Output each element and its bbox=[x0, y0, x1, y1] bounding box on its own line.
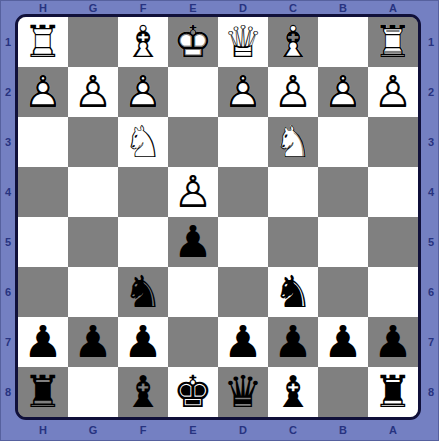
black-pawn-a7[interactable]: ♟ bbox=[368, 317, 418, 367]
square-f8[interactable]: ♝ bbox=[118, 367, 168, 417]
piece-outline-glyph: ♗ bbox=[268, 17, 318, 67]
square-h5[interactable] bbox=[18, 217, 68, 267]
piece-outline-glyph: ♙ bbox=[368, 67, 418, 117]
rank-label-right-2: 2 bbox=[423, 67, 439, 117]
black-king-e8[interactable]: ♚ bbox=[168, 367, 218, 417]
square-e2[interactable] bbox=[168, 67, 218, 117]
white-pawn-d2[interactable]: ♟♙ bbox=[218, 67, 268, 117]
piece-outline-glyph: ♙ bbox=[168, 167, 218, 217]
rank-label-left-3: 3 bbox=[1, 117, 15, 167]
square-a7[interactable]: ♟ bbox=[368, 317, 418, 367]
black-bishop-c8[interactable]: ♝ bbox=[268, 367, 318, 417]
piece-outline-glyph: ♙ bbox=[18, 67, 68, 117]
file-label-top-e: E bbox=[168, 1, 218, 15]
black-pawn-h7[interactable]: ♟ bbox=[18, 317, 68, 367]
piece-body-glyph: ♜ bbox=[368, 367, 418, 417]
black-pawn-g7[interactable]: ♟ bbox=[68, 317, 118, 367]
white-bishop-f1[interactable]: ♝♗ bbox=[118, 17, 168, 67]
white-rook-h1[interactable]: ♜♖ bbox=[18, 17, 68, 67]
white-pawn-f2[interactable]: ♟♙ bbox=[118, 67, 168, 117]
black-rook-a8[interactable]: ♜ bbox=[368, 367, 418, 417]
square-g2[interactable]: ♟♙ bbox=[68, 67, 118, 117]
square-e5[interactable]: ♟ bbox=[168, 217, 218, 267]
square-f3[interactable]: ♞♘ bbox=[118, 117, 168, 167]
piece-outline-glyph: ♘ bbox=[118, 117, 168, 167]
piece-outline-glyph: ♖ bbox=[368, 17, 418, 67]
square-c3[interactable]: ♞♘ bbox=[268, 117, 318, 167]
square-h4[interactable] bbox=[18, 167, 68, 217]
piece-outline-glyph: ♗ bbox=[118, 17, 168, 67]
rank-label-left-4: 4 bbox=[1, 167, 15, 217]
file-labels-top: HGFEDCBA bbox=[18, 1, 418, 15]
square-c7[interactable]: ♟ bbox=[268, 317, 318, 367]
file-label-bottom-b: B bbox=[318, 423, 368, 441]
piece-outline-glyph: ♙ bbox=[68, 67, 118, 117]
square-f5[interactable] bbox=[118, 217, 168, 267]
square-d1[interactable]: ♛♕ bbox=[218, 17, 268, 67]
file-label-bottom-c: C bbox=[268, 423, 318, 441]
rank-labels-right: 12345678 bbox=[423, 17, 439, 417]
square-e4[interactable]: ♟♙ bbox=[168, 167, 218, 217]
rank-labels-left: 12345678 bbox=[1, 17, 15, 417]
square-a2[interactable]: ♟♙ bbox=[368, 67, 418, 117]
piece-outline-glyph: ♙ bbox=[318, 67, 368, 117]
piece-outline-glyph: ♘ bbox=[268, 117, 318, 167]
square-h1[interactable]: ♜♖ bbox=[18, 17, 68, 67]
square-h3[interactable] bbox=[18, 117, 68, 167]
white-pawn-e4[interactable]: ♟♙ bbox=[168, 167, 218, 217]
rank-label-right-3: 3 bbox=[423, 117, 439, 167]
piece-body-glyph: ♟ bbox=[118, 317, 168, 367]
square-e7[interactable] bbox=[168, 317, 218, 367]
black-knight-f6[interactable]: ♞ bbox=[118, 267, 168, 317]
rank-label-left-7: 7 bbox=[1, 317, 15, 367]
square-a6[interactable] bbox=[368, 267, 418, 317]
black-queen-d8[interactable]: ♛ bbox=[218, 367, 268, 417]
file-label-top-h: H bbox=[18, 1, 68, 15]
rank-label-left-2: 2 bbox=[1, 67, 15, 117]
white-knight-f3[interactable]: ♞♘ bbox=[118, 117, 168, 167]
board: ♜♖♝♗♚♔♛♕♝♗♜♖♟♙♟♙♟♙♟♙♟♙♟♙♟♙♞♘♞♘♟♙♟♞♞♟♟♟♟♟… bbox=[18, 17, 418, 417]
white-queen-d1[interactable]: ♛♕ bbox=[218, 17, 268, 67]
black-pawn-c7[interactable]: ♟ bbox=[268, 317, 318, 367]
piece-body-glyph: ♟ bbox=[68, 317, 118, 367]
square-a5[interactable] bbox=[368, 217, 418, 267]
rank-label-right-8: 8 bbox=[423, 367, 439, 417]
square-c4[interactable] bbox=[268, 167, 318, 217]
piece-body-glyph: ♚ bbox=[168, 367, 218, 417]
file-label-bottom-h: H bbox=[18, 423, 68, 441]
board-frame: ♜♖♝♗♚♔♛♕♝♗♜♖♟♙♟♙♟♙♟♙♟♙♟♙♟♙♞♘♞♘♟♙♟♞♞♟♟♟♟♟… bbox=[15, 14, 421, 420]
file-label-bottom-d: D bbox=[218, 423, 268, 441]
square-g8[interactable] bbox=[68, 367, 118, 417]
square-f2[interactable]: ♟♙ bbox=[118, 67, 168, 117]
black-pawn-f7[interactable]: ♟ bbox=[118, 317, 168, 367]
square-f6[interactable]: ♞ bbox=[118, 267, 168, 317]
black-rook-h8[interactable]: ♜ bbox=[18, 367, 68, 417]
square-h8[interactable]: ♜ bbox=[18, 367, 68, 417]
file-label-bottom-e: E bbox=[168, 423, 218, 441]
file-label-bottom-a: A bbox=[368, 423, 418, 441]
square-g1[interactable] bbox=[68, 17, 118, 67]
square-f1[interactable]: ♝♗ bbox=[118, 17, 168, 67]
piece-body-glyph: ♜ bbox=[18, 367, 68, 417]
white-bishop-c1[interactable]: ♝♗ bbox=[268, 17, 318, 67]
black-pawn-e5[interactable]: ♟ bbox=[168, 217, 218, 267]
white-knight-c3[interactable]: ♞♘ bbox=[268, 117, 318, 167]
white-rook-a1[interactable]: ♜♖ bbox=[368, 17, 418, 67]
white-pawn-h2[interactable]: ♟♙ bbox=[18, 67, 68, 117]
white-pawn-g2[interactable]: ♟♙ bbox=[68, 67, 118, 117]
square-d7[interactable]: ♟ bbox=[218, 317, 268, 367]
white-pawn-c2[interactable]: ♟♙ bbox=[268, 67, 318, 117]
square-a4[interactable] bbox=[368, 167, 418, 217]
square-d5[interactable] bbox=[218, 217, 268, 267]
square-a1[interactable]: ♜♖ bbox=[368, 17, 418, 67]
rank-label-right-1: 1 bbox=[423, 17, 439, 67]
square-c5[interactable] bbox=[268, 217, 318, 267]
square-a3[interactable] bbox=[368, 117, 418, 167]
square-b4[interactable] bbox=[318, 167, 368, 217]
square-b2[interactable]: ♟♙ bbox=[318, 67, 368, 117]
file-label-top-a: A bbox=[368, 1, 418, 15]
piece-body-glyph: ♟ bbox=[168, 217, 218, 267]
piece-body-glyph: ♞ bbox=[118, 267, 168, 317]
piece-body-glyph: ♛ bbox=[218, 367, 268, 417]
square-b5[interactable] bbox=[318, 217, 368, 267]
square-e1[interactable]: ♚♔ bbox=[168, 17, 218, 67]
piece-outline-glyph: ♙ bbox=[118, 67, 168, 117]
square-h6[interactable] bbox=[18, 267, 68, 317]
piece-outline-glyph: ♕ bbox=[218, 17, 268, 67]
square-c2[interactable]: ♟♙ bbox=[268, 67, 318, 117]
square-b1[interactable] bbox=[318, 17, 368, 67]
square-g5[interactable] bbox=[68, 217, 118, 267]
rank-label-left-6: 6 bbox=[1, 267, 15, 317]
file-label-top-d: D bbox=[218, 1, 268, 15]
piece-body-glyph: ♟ bbox=[268, 317, 318, 367]
piece-outline-glyph: ♔ bbox=[168, 17, 218, 67]
rank-label-left-1: 1 bbox=[1, 17, 15, 67]
piece-body-glyph: ♟ bbox=[318, 317, 368, 367]
black-pawn-d7[interactable]: ♟ bbox=[218, 317, 268, 367]
square-d4[interactable] bbox=[218, 167, 268, 217]
square-h7[interactable]: ♟ bbox=[18, 317, 68, 367]
black-knight-c6[interactable]: ♞ bbox=[268, 267, 318, 317]
square-d6[interactable] bbox=[218, 267, 268, 317]
square-e3[interactable] bbox=[168, 117, 218, 167]
square-g6[interactable] bbox=[68, 267, 118, 317]
piece-body-glyph: ♟ bbox=[218, 317, 268, 367]
rank-label-left-8: 8 bbox=[1, 367, 15, 417]
square-d3[interactable] bbox=[218, 117, 268, 167]
white-pawn-a2[interactable]: ♟♙ bbox=[368, 67, 418, 117]
square-c6[interactable]: ♞ bbox=[268, 267, 318, 317]
square-e6[interactable] bbox=[168, 267, 218, 317]
rank-label-right-6: 6 bbox=[423, 267, 439, 317]
file-labels-bottom: HGFEDCBA bbox=[18, 423, 418, 441]
piece-body-glyph: ♟ bbox=[18, 317, 68, 367]
white-pawn-b2[interactable]: ♟♙ bbox=[318, 67, 368, 117]
piece-outline-glyph: ♙ bbox=[268, 67, 318, 117]
square-c1[interactable]: ♝♗ bbox=[268, 17, 318, 67]
square-g3[interactable] bbox=[68, 117, 118, 167]
square-b8[interactable] bbox=[318, 367, 368, 417]
file-label-top-g: G bbox=[68, 1, 118, 15]
piece-body-glyph: ♝ bbox=[268, 367, 318, 417]
square-a8[interactable]: ♜ bbox=[368, 367, 418, 417]
piece-outline-glyph: ♙ bbox=[218, 67, 268, 117]
square-b6[interactable] bbox=[318, 267, 368, 317]
square-c8[interactable]: ♝ bbox=[268, 367, 318, 417]
file-label-bottom-f: F bbox=[118, 423, 168, 441]
piece-body-glyph: ♞ bbox=[268, 267, 318, 317]
square-f7[interactable]: ♟ bbox=[118, 317, 168, 367]
square-f4[interactable] bbox=[118, 167, 168, 217]
white-king-e1[interactable]: ♚♔ bbox=[168, 17, 218, 67]
piece-outline-glyph: ♖ bbox=[18, 17, 68, 67]
file-label-top-c: C bbox=[268, 1, 318, 15]
square-g7[interactable]: ♟ bbox=[68, 317, 118, 367]
square-h2[interactable]: ♟♙ bbox=[18, 67, 68, 117]
piece-body-glyph: ♝ bbox=[118, 367, 168, 417]
piece-body-glyph: ♟ bbox=[368, 317, 418, 367]
black-bishop-f8[interactable]: ♝ bbox=[118, 367, 168, 417]
square-b7[interactable]: ♟ bbox=[318, 317, 368, 367]
rank-label-left-5: 5 bbox=[1, 217, 15, 267]
chess-board-window: HGFEDCBA HGFEDCBA 12345678 12345678 ♜♖♝♗… bbox=[0, 0, 439, 441]
square-g4[interactable] bbox=[68, 167, 118, 217]
file-label-top-b: B bbox=[318, 1, 368, 15]
square-b3[interactable] bbox=[318, 117, 368, 167]
file-label-top-f: F bbox=[118, 1, 168, 15]
square-e8[interactable]: ♚ bbox=[168, 367, 218, 417]
square-d2[interactable]: ♟♙ bbox=[218, 67, 268, 117]
file-label-bottom-g: G bbox=[68, 423, 118, 441]
rank-label-right-5: 5 bbox=[423, 217, 439, 267]
square-d8[interactable]: ♛ bbox=[218, 367, 268, 417]
black-pawn-b7[interactable]: ♟ bbox=[318, 317, 368, 367]
rank-label-right-7: 7 bbox=[423, 317, 439, 367]
rank-label-right-4: 4 bbox=[423, 167, 439, 217]
